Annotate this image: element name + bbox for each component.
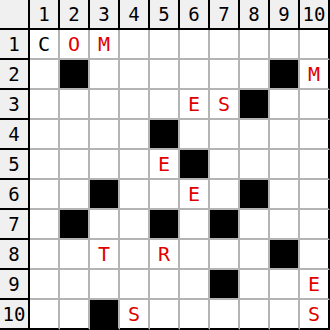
cell-3-5[interactable] — [150, 90, 180, 120]
col-header-3: 3 — [90, 0, 120, 30]
row-header-3: 3 — [0, 90, 30, 120]
cell-1-6[interactable] — [180, 30, 210, 60]
black-cell-2-2 — [60, 60, 90, 90]
col-header-7: 7 — [210, 0, 240, 30]
cell-4-1[interactable] — [30, 120, 60, 150]
cell-4-4[interactable] — [120, 120, 150, 150]
cell-5-7[interactable] — [210, 150, 240, 180]
cell-8-4[interactable] — [120, 240, 150, 270]
cell-9-10[interactable]: E — [300, 270, 330, 300]
black-cell-10-3 — [90, 300, 120, 330]
cell-5-2[interactable] — [60, 150, 90, 180]
cell-8-6[interactable] — [180, 240, 210, 270]
cell-10-4[interactable]: S — [120, 300, 150, 330]
row-header-10: 10 — [0, 300, 30, 330]
cell-1-1[interactable]: C — [30, 30, 60, 60]
cell-6-4[interactable] — [120, 180, 150, 210]
cell-8-2[interactable] — [60, 240, 90, 270]
cell-2-1[interactable] — [30, 60, 60, 90]
cell-4-6[interactable] — [180, 120, 210, 150]
cell-5-4[interactable] — [120, 150, 150, 180]
cell-4-8[interactable] — [240, 120, 270, 150]
cell-3-3[interactable] — [90, 90, 120, 120]
cell-1-2[interactable]: O — [60, 30, 90, 60]
cell-9-6[interactable] — [180, 270, 210, 300]
black-cell-4-5 — [150, 120, 180, 150]
cell-7-1[interactable] — [30, 210, 60, 240]
col-header-4: 4 — [120, 0, 150, 30]
cell-1-8[interactable] — [240, 30, 270, 60]
cell-9-3[interactable] — [90, 270, 120, 300]
cell-6-10[interactable] — [300, 180, 330, 210]
cell-9-8[interactable] — [240, 270, 270, 300]
cell-6-2[interactable] — [60, 180, 90, 210]
cell-2-7[interactable] — [210, 60, 240, 90]
cell-10-5[interactable] — [150, 300, 180, 330]
cell-3-7[interactable]: S — [210, 90, 240, 120]
cell-6-1[interactable] — [30, 180, 60, 210]
cell-4-2[interactable] — [60, 120, 90, 150]
cell-10-7[interactable] — [210, 300, 240, 330]
row-header-4: 4 — [0, 120, 30, 150]
cell-3-4[interactable] — [120, 90, 150, 120]
col-header-2: 2 — [60, 0, 90, 30]
cell-8-3[interactable]: T — [90, 240, 120, 270]
black-cell-8-9 — [270, 240, 300, 270]
cell-1-7[interactable] — [210, 30, 240, 60]
cell-4-9[interactable] — [270, 120, 300, 150]
cell-4-10[interactable] — [300, 120, 330, 150]
cell-7-6[interactable] — [180, 210, 210, 240]
cell-6-9[interactable] — [270, 180, 300, 210]
cell-7-9[interactable] — [270, 210, 300, 240]
row-header-1: 1 — [0, 30, 30, 60]
black-cell-7-2 — [60, 210, 90, 240]
cell-3-1[interactable] — [30, 90, 60, 120]
cell-10-1[interactable] — [30, 300, 60, 330]
cell-3-2[interactable] — [60, 90, 90, 120]
black-cell-2-9 — [270, 60, 300, 90]
cell-4-7[interactable] — [210, 120, 240, 150]
row-header-8: 8 — [0, 240, 30, 270]
cell-4-3[interactable] — [90, 120, 120, 150]
cell-7-4[interactable] — [120, 210, 150, 240]
black-cell-9-7 — [210, 270, 240, 300]
cell-1-9[interactable] — [270, 30, 300, 60]
cell-3-9[interactable] — [270, 90, 300, 120]
cell-6-7[interactable] — [210, 180, 240, 210]
cell-2-5[interactable] — [150, 60, 180, 90]
cell-2-4[interactable] — [120, 60, 150, 90]
cell-6-6[interactable]: E — [180, 180, 210, 210]
black-cell-5-6 — [180, 150, 210, 180]
cell-5-3[interactable] — [90, 150, 120, 180]
cell-10-2[interactable] — [60, 300, 90, 330]
cell-1-5[interactable] — [150, 30, 180, 60]
cell-9-2[interactable] — [60, 270, 90, 300]
cell-2-3[interactable] — [90, 60, 120, 90]
col-header-9: 9 — [270, 0, 300, 30]
cell-5-5[interactable]: E — [150, 150, 180, 180]
cell-1-10[interactable] — [300, 30, 330, 60]
cell-9-5[interactable] — [150, 270, 180, 300]
cell-5-9[interactable] — [270, 150, 300, 180]
black-cell-3-8 — [240, 90, 270, 120]
cell-3-10[interactable] — [300, 90, 330, 120]
row-header-5: 5 — [0, 150, 30, 180]
cell-5-10[interactable] — [300, 150, 330, 180]
black-cell-7-7 — [210, 210, 240, 240]
cell-10-8[interactable] — [240, 300, 270, 330]
cell-7-8[interactable] — [240, 210, 270, 240]
cell-8-1[interactable] — [30, 240, 60, 270]
cell-3-6[interactable]: E — [180, 90, 210, 120]
cell-8-7[interactable] — [210, 240, 240, 270]
cell-6-5[interactable] — [150, 180, 180, 210]
row-header-2: 2 — [0, 60, 30, 90]
col-header-8: 8 — [240, 0, 270, 30]
board-grid: 123456789101COM2M3ES45E6E78TR9E10SS — [0, 0, 330, 330]
cell-1-3[interactable]: M — [90, 30, 120, 60]
cell-10-6[interactable] — [180, 300, 210, 330]
cell-8-5[interactable]: R — [150, 240, 180, 270]
cell-7-10[interactable] — [300, 210, 330, 240]
cell-8-8[interactable] — [240, 240, 270, 270]
cell-5-8[interactable] — [240, 150, 270, 180]
black-cell-6-3 — [90, 180, 120, 210]
cell-9-1[interactable] — [30, 270, 60, 300]
cell-2-8[interactable] — [240, 60, 270, 90]
col-header-10: 10 — [300, 0, 330, 30]
cell-8-10[interactable] — [300, 240, 330, 270]
cell-10-9[interactable] — [270, 300, 300, 330]
row-header-6: 6 — [0, 180, 30, 210]
cell-9-4[interactable] — [120, 270, 150, 300]
cell-10-10[interactable]: S — [300, 300, 330, 330]
cell-1-4[interactable] — [120, 30, 150, 60]
cell-2-10[interactable]: M — [300, 60, 330, 90]
cell-7-3[interactable] — [90, 210, 120, 240]
col-header-1: 1 — [30, 0, 60, 30]
black-cell-6-8 — [240, 180, 270, 210]
cell-5-1[interactable] — [30, 150, 60, 180]
black-cell-7-5 — [150, 210, 180, 240]
col-header-6: 6 — [180, 0, 210, 30]
cell-9-9[interactable] — [270, 270, 300, 300]
cell-2-6[interactable] — [180, 60, 210, 90]
corner-cell — [0, 0, 30, 30]
row-header-9: 9 — [0, 270, 30, 300]
col-header-5: 5 — [150, 0, 180, 30]
row-header-7: 7 — [0, 210, 30, 240]
